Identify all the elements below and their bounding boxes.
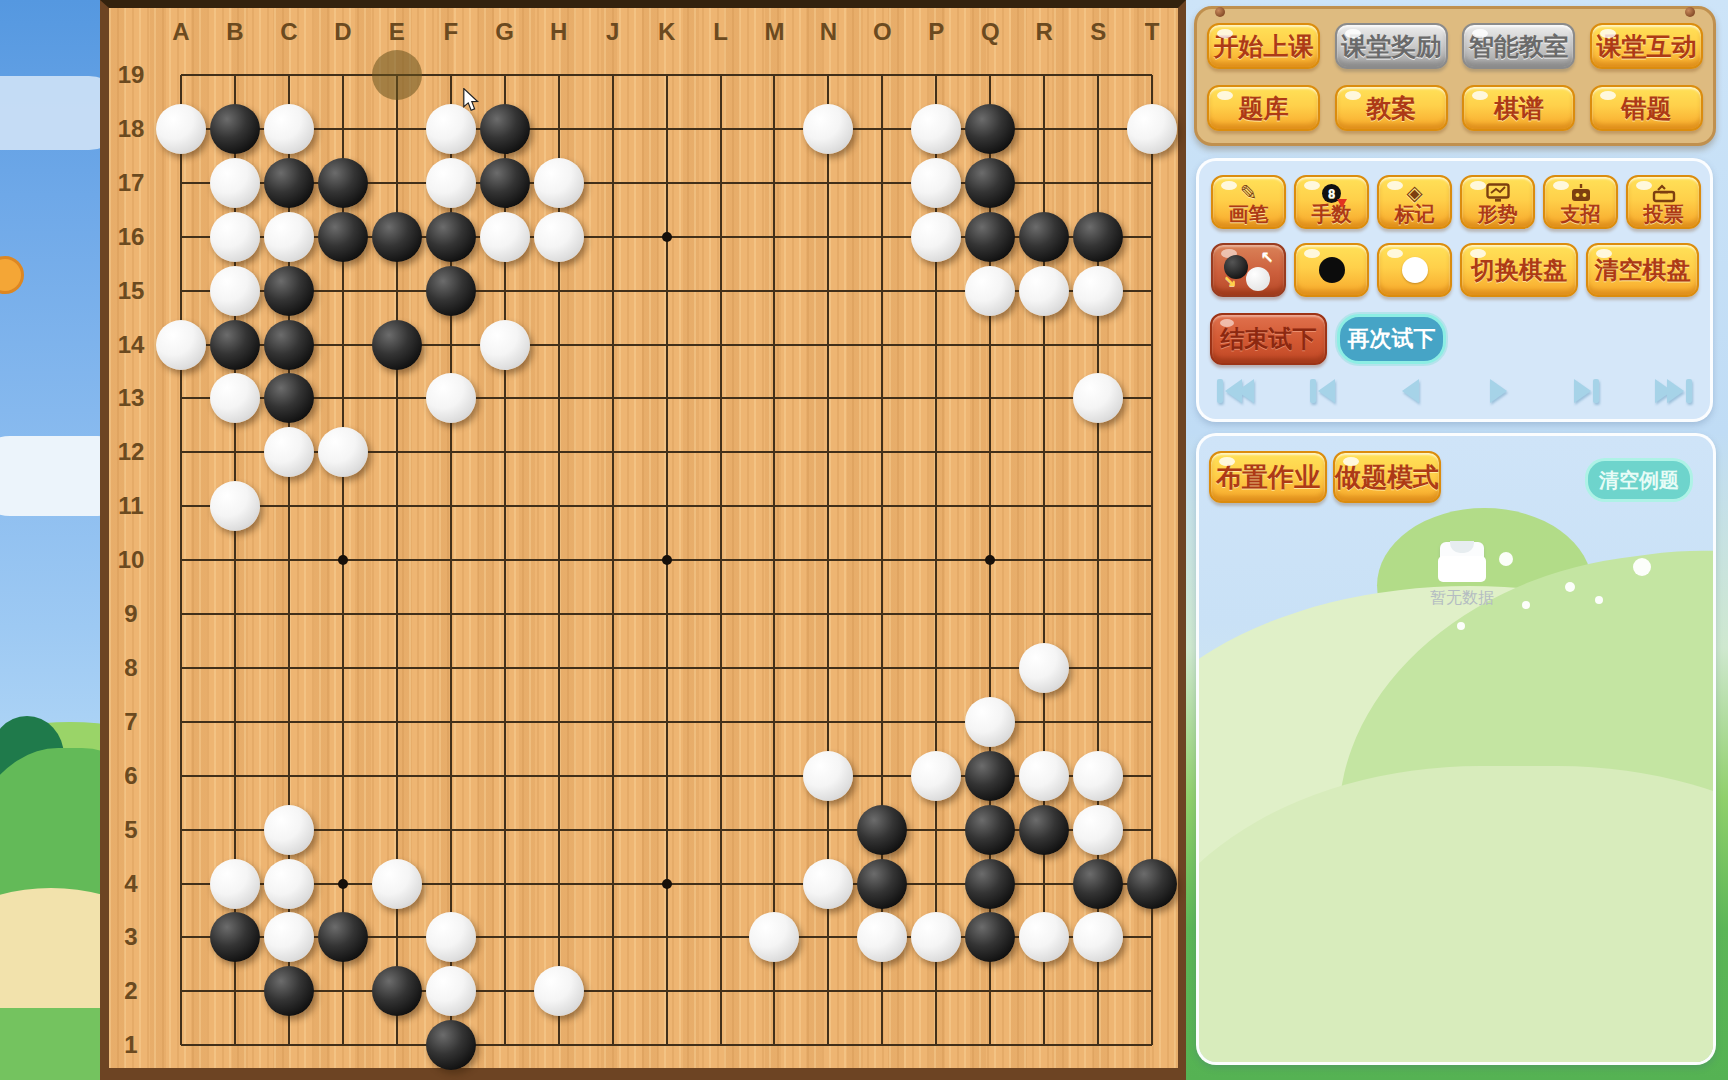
stone-white[interactable] xyxy=(1019,643,1069,693)
game-record-button[interactable]: 棋谱 xyxy=(1462,85,1575,131)
stone-black[interactable] xyxy=(318,912,368,962)
column-label: M xyxy=(758,18,790,46)
stone-white[interactable] xyxy=(210,373,260,423)
stone-white[interactable] xyxy=(210,266,260,316)
star-point xyxy=(662,232,672,242)
stone-black[interactable] xyxy=(1073,859,1123,909)
stone-black[interactable] xyxy=(264,266,314,316)
stone-white[interactable] xyxy=(1127,104,1177,154)
stone-white[interactable] xyxy=(210,481,260,531)
white-stone-button[interactable] xyxy=(1377,243,1452,297)
row-label: 9 xyxy=(115,600,147,628)
smart-classroom-button[interactable]: 智能教室 xyxy=(1462,23,1575,69)
clear-examples-button[interactable]: 清空例题 xyxy=(1585,458,1693,502)
stone-black[interactable] xyxy=(426,266,476,316)
stone-black[interactable] xyxy=(264,320,314,370)
nail-icon xyxy=(1215,7,1225,17)
column-label: P xyxy=(920,18,952,46)
column-label: A xyxy=(165,18,197,46)
stone-white[interactable] xyxy=(1019,266,1069,316)
marker-icon: ◈ xyxy=(1406,182,1422,204)
stone-white[interactable] xyxy=(426,966,476,1016)
row-label: 14 xyxy=(115,331,147,359)
grid-line xyxy=(720,75,722,1045)
bush-dot xyxy=(1499,552,1513,566)
brush-button[interactable]: ✎ 画笔 xyxy=(1211,175,1286,229)
star-point xyxy=(338,555,348,565)
black-stone-button[interactable] xyxy=(1294,243,1369,297)
stone-white[interactable] xyxy=(803,104,853,154)
stone-white[interactable] xyxy=(803,859,853,909)
column-label: B xyxy=(219,18,251,46)
stone-white[interactable] xyxy=(156,104,206,154)
stone-white[interactable] xyxy=(911,104,961,154)
white-stone-icon xyxy=(1246,267,1270,291)
territory-chart-icon xyxy=(1486,182,1510,204)
stone-black[interactable] xyxy=(857,805,907,855)
stone-black[interactable] xyxy=(210,912,260,962)
stone-black[interactable] xyxy=(318,212,368,262)
column-label: T xyxy=(1136,18,1168,46)
stone-black[interactable] xyxy=(965,805,1015,855)
row-label: 19 xyxy=(115,61,147,89)
row-label: 1 xyxy=(115,1031,147,1059)
stone-white[interactable] xyxy=(426,158,476,208)
row-label: 12 xyxy=(115,438,147,466)
pencil-icon: ✎ xyxy=(1240,182,1258,204)
grid-line xyxy=(773,75,775,1045)
stone-black[interactable] xyxy=(480,104,530,154)
stone-black[interactable] xyxy=(1019,805,1069,855)
step-back-button[interactable] xyxy=(1389,373,1433,409)
bush-dot xyxy=(1565,582,1575,592)
column-label: K xyxy=(651,18,683,46)
stone-black[interactable] xyxy=(965,859,1015,909)
clear-board-button[interactable]: 清空棋盘 xyxy=(1586,243,1699,297)
go-teaching-app: { "game": "go (weiqi) 19x19 teaching boa… xyxy=(0,0,1728,1080)
stone-white[interactable] xyxy=(1073,751,1123,801)
stone-black[interactable] xyxy=(264,373,314,423)
row-label: 16 xyxy=(115,223,147,251)
stone-black[interactable] xyxy=(1073,212,1123,262)
stone-white[interactable] xyxy=(318,427,368,477)
stone-white[interactable] xyxy=(1073,912,1123,962)
skip-to-start-button[interactable] xyxy=(1213,373,1257,409)
star-point xyxy=(662,555,672,565)
hint-button[interactable]: 支招 xyxy=(1543,175,1618,229)
robot-hint-icon xyxy=(1569,182,1593,204)
column-label: C xyxy=(273,18,305,46)
star-point xyxy=(338,879,348,889)
stone-white[interactable] xyxy=(264,912,314,962)
no-data-icon xyxy=(1438,542,1486,582)
stone-black[interactable] xyxy=(1127,859,1177,909)
column-label: E xyxy=(381,18,413,46)
stone-black[interactable] xyxy=(480,158,530,208)
question-bank-button[interactable]: 题库 xyxy=(1207,85,1320,131)
stone-white[interactable] xyxy=(210,158,260,208)
step-forward-button[interactable] xyxy=(1476,373,1520,409)
white-stone-icon xyxy=(1402,257,1428,283)
grid-line xyxy=(181,990,1152,992)
board-tools-panel: ✎ 画笔 8 手数 ◈ 标记 形势 支招 xyxy=(1196,158,1713,422)
mouse-cursor xyxy=(461,88,481,112)
bush-dot xyxy=(1633,558,1651,576)
stone-white[interactable] xyxy=(210,212,260,262)
stone-black[interactable] xyxy=(372,966,422,1016)
column-label: O xyxy=(866,18,898,46)
stone-black[interactable] xyxy=(965,104,1015,154)
stone-white[interactable] xyxy=(534,966,584,1016)
column-label: L xyxy=(705,18,737,46)
column-label: J xyxy=(597,18,629,46)
wrong-question-button[interactable]: 错题 xyxy=(1590,85,1703,131)
hill xyxy=(1196,766,1716,1065)
lesson-plan-button[interactable]: 教案 xyxy=(1335,85,1448,131)
stone-white[interactable] xyxy=(372,859,422,909)
class-menu-panel: 开始上课 课堂奖励 智能教室 课堂互动 题库 教案 棋谱 错题 xyxy=(1194,6,1716,146)
move-number-icon: 8 xyxy=(1322,182,1341,204)
vote-button[interactable]: 投票 xyxy=(1626,175,1701,229)
stone-black[interactable] xyxy=(426,1020,476,1070)
stone-white[interactable] xyxy=(965,697,1015,747)
column-label: F xyxy=(435,18,467,46)
stone-white[interactable] xyxy=(264,859,314,909)
nail-icon xyxy=(1685,7,1695,17)
stone-white[interactable] xyxy=(534,158,584,208)
next-branch-button[interactable] xyxy=(1564,373,1608,409)
row-label: 10 xyxy=(115,546,147,574)
stone-black[interactable] xyxy=(965,212,1015,262)
retry-trial-button[interactable]: 再次试下 xyxy=(1337,314,1446,364)
ghost-stone-preview xyxy=(372,50,422,100)
grid-line xyxy=(181,613,1152,615)
stone-white[interactable] xyxy=(911,912,961,962)
class-reward-button[interactable]: 课堂奖励 xyxy=(1335,23,1448,69)
end-trial-button[interactable]: 结束试下 xyxy=(1210,313,1327,365)
stone-white[interactable] xyxy=(857,912,907,962)
column-label: R xyxy=(1028,18,1060,46)
row-label: 15 xyxy=(115,277,147,305)
stone-white[interactable] xyxy=(426,912,476,962)
stone-white[interactable] xyxy=(210,859,260,909)
swap-arrow-icon: ↘ xyxy=(1223,274,1236,290)
stone-white[interactable] xyxy=(911,158,961,208)
move-number-button[interactable]: 8 手数 xyxy=(1294,175,1369,229)
stone-black[interactable] xyxy=(1019,212,1069,262)
row-label: 3 xyxy=(115,923,147,951)
stone-black[interactable] xyxy=(372,320,422,370)
row-label: 7 xyxy=(115,708,147,736)
vote-icon xyxy=(1652,182,1676,204)
stone-black[interactable] xyxy=(210,104,260,154)
stone-white[interactable] xyxy=(480,212,530,262)
sun-decoration xyxy=(0,256,24,294)
column-label: S xyxy=(1082,18,1114,46)
quiz-mode-button[interactable]: 做题模式 xyxy=(1333,451,1441,503)
stone-black[interactable] xyxy=(965,912,1015,962)
stone-black[interactable] xyxy=(210,320,260,370)
stone-white[interactable] xyxy=(749,912,799,962)
row-label: 8 xyxy=(115,654,147,682)
stone-black[interactable] xyxy=(264,158,314,208)
row-label: 6 xyxy=(115,762,147,790)
black-stone-icon xyxy=(1319,257,1345,283)
stone-white[interactable] xyxy=(156,320,206,370)
column-label: H xyxy=(543,18,575,46)
stone-black[interactable] xyxy=(426,212,476,262)
stone-white[interactable] xyxy=(264,104,314,154)
assign-homework-button[interactable]: 布置作业 xyxy=(1209,451,1327,503)
row-label: 11 xyxy=(115,492,147,520)
column-label: G xyxy=(489,18,521,46)
column-label: D xyxy=(327,18,359,46)
star-point xyxy=(662,879,672,889)
mark-button[interactable]: ◈ 标记 xyxy=(1377,175,1452,229)
stone-white[interactable] xyxy=(803,751,853,801)
stone-white[interactable] xyxy=(1073,805,1123,855)
stone-black[interactable] xyxy=(318,158,368,208)
row-label: 5 xyxy=(115,816,147,844)
swap-stone-color-button[interactable]: ↖ ↘ xyxy=(1211,243,1286,297)
bush-dot xyxy=(1457,622,1465,630)
stone-white[interactable] xyxy=(264,427,314,477)
bush-dot xyxy=(1595,596,1603,604)
previous-branch-button[interactable] xyxy=(1301,373,1345,409)
grid-line xyxy=(181,667,1152,669)
star-point xyxy=(985,555,995,565)
column-label: N xyxy=(812,18,844,46)
skip-to-end-button[interactable] xyxy=(1652,373,1696,409)
stone-white[interactable] xyxy=(1019,751,1069,801)
stone-white[interactable] xyxy=(264,212,314,262)
stone-white[interactable] xyxy=(426,373,476,423)
class-interaction-button[interactable]: 课堂互动 xyxy=(1590,23,1703,69)
stone-white[interactable] xyxy=(911,212,961,262)
bush-dot xyxy=(1522,601,1530,609)
row-label: 17 xyxy=(115,169,147,197)
stone-white[interactable] xyxy=(480,320,530,370)
swap-arrow-icon: ↖ xyxy=(1261,250,1274,266)
row-label: 4 xyxy=(115,870,147,898)
no-data-text: 暂无数据 xyxy=(1414,588,1510,609)
grid-line xyxy=(181,1044,1152,1046)
stone-black[interactable] xyxy=(264,966,314,1016)
row-label: 13 xyxy=(115,384,147,412)
stone-black[interactable] xyxy=(965,751,1015,801)
stone-white[interactable] xyxy=(965,266,1015,316)
stone-white[interactable] xyxy=(534,212,584,262)
stone-white[interactable] xyxy=(264,805,314,855)
column-label: Q xyxy=(974,18,1006,46)
homework-panel: 布置作业 做题模式 清空例题 暂无数据 xyxy=(1196,433,1716,1065)
stone-white[interactable] xyxy=(1073,373,1123,423)
situation-button[interactable]: 形势 xyxy=(1460,175,1535,229)
stone-white[interactable] xyxy=(1073,266,1123,316)
stone-black[interactable] xyxy=(372,212,422,262)
switch-board-button[interactable]: 切换棋盘 xyxy=(1460,243,1578,297)
stone-white[interactable] xyxy=(911,751,961,801)
row-label: 2 xyxy=(115,977,147,1005)
stone-black[interactable] xyxy=(965,158,1015,208)
stone-black[interactable] xyxy=(857,859,907,909)
go-board[interactable]: ABCDEFGHJKLMNOPQRST191817161514131211109… xyxy=(100,0,1186,1080)
row-label: 18 xyxy=(115,115,147,143)
start-class-button[interactable]: 开始上课 xyxy=(1207,23,1320,69)
stone-white[interactable] xyxy=(1019,912,1069,962)
